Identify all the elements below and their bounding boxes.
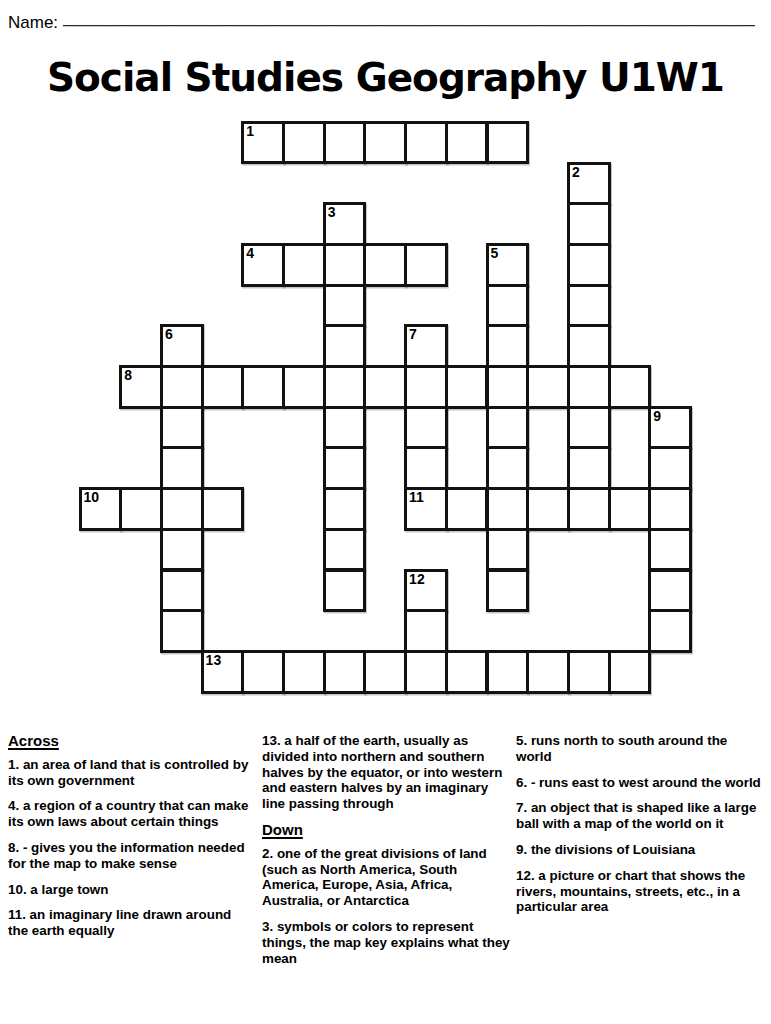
grid-cell-r8c14[interactable] bbox=[648, 446, 692, 490]
worksheet-page: Name: __________________________________… bbox=[0, 0, 771, 1024]
grid-cell-r6c12[interactable] bbox=[567, 365, 611, 409]
grid-cell-r4c6[interactable] bbox=[323, 284, 367, 328]
grid-cell-r13c11[interactable] bbox=[526, 650, 570, 694]
grid-cell-r13c6[interactable] bbox=[323, 650, 367, 694]
grid-cell-r0c4[interactable]: 1 bbox=[241, 121, 285, 165]
across-clue-11: 11. an imaginary line drawn around the e… bbox=[8, 907, 254, 939]
grid-cell-r9c0[interactable]: 10 bbox=[79, 487, 123, 531]
grid-cell-r5c10[interactable] bbox=[486, 324, 530, 368]
clue-column-2: 13. a half of the earth, usually as divi… bbox=[262, 733, 510, 976]
grid-cell-r9c6[interactable] bbox=[323, 487, 367, 531]
grid-cell-r9c2[interactable] bbox=[160, 487, 204, 531]
grid-cell-r7c12[interactable] bbox=[567, 406, 611, 450]
grid-cell-r8c2[interactable] bbox=[160, 446, 204, 490]
clue-number-6: 6 bbox=[165, 326, 173, 342]
grid-cell-r12c2[interactable] bbox=[160, 609, 204, 653]
grid-cell-r0c10[interactable] bbox=[486, 121, 530, 165]
grid-cell-r4c10[interactable] bbox=[486, 284, 530, 328]
grid-cell-r10c6[interactable] bbox=[323, 528, 367, 572]
grid-cell-r12c8[interactable] bbox=[404, 609, 448, 653]
clue-column-1: Across1. an area of land that is control… bbox=[8, 733, 254, 949]
down-heading: Down bbox=[262, 822, 510, 838]
grid-cell-r7c6[interactable] bbox=[323, 406, 367, 450]
grid-cell-r8c8[interactable] bbox=[404, 446, 448, 490]
grid-cell-r13c7[interactable] bbox=[363, 650, 407, 694]
down-clue-5: 5. runs north to south around the world bbox=[516, 733, 766, 765]
clue-number-7: 7 bbox=[409, 326, 417, 342]
clue-number-2: 2 bbox=[572, 164, 580, 180]
grid-cell-r0c6[interactable] bbox=[323, 121, 367, 165]
grid-cell-r7c10[interactable] bbox=[486, 406, 530, 450]
grid-cell-r13c13[interactable] bbox=[608, 650, 652, 694]
clue-column-3: 5. runs north to south around the world6… bbox=[516, 733, 766, 925]
clue-number-9: 9 bbox=[653, 408, 661, 424]
grid-cell-r5c12[interactable] bbox=[567, 324, 611, 368]
clue-number-12: 12 bbox=[409, 571, 425, 587]
grid-cell-r3c8[interactable] bbox=[404, 243, 448, 287]
clue-number-1: 1 bbox=[246, 123, 254, 139]
grid-cell-r8c12[interactable] bbox=[567, 446, 611, 490]
clue-number-8: 8 bbox=[124, 367, 132, 383]
grid-cell-r9c8[interactable]: 11 bbox=[404, 487, 448, 531]
grid-cell-r3c12[interactable] bbox=[567, 243, 611, 287]
grid-cell-r11c10[interactable] bbox=[486, 569, 530, 613]
grid-cell-r13c12[interactable] bbox=[567, 650, 611, 694]
grid-cell-r1c12[interactable]: 2 bbox=[567, 162, 611, 206]
grid-cell-r9c13[interactable] bbox=[608, 487, 652, 531]
clue-number-4: 4 bbox=[246, 245, 254, 261]
grid-cell-r0c5[interactable] bbox=[282, 121, 326, 165]
down-clue-7: 7. an object that is shaped like a large… bbox=[516, 800, 766, 832]
grid-cell-r0c7[interactable] bbox=[363, 121, 407, 165]
grid-cell-r9c9[interactable] bbox=[445, 487, 489, 531]
grid-cell-r7c14[interactable]: 9 bbox=[648, 406, 692, 450]
grid-cell-r4c12[interactable] bbox=[567, 284, 611, 328]
grid-cell-r6c9[interactable] bbox=[445, 365, 489, 409]
grid-cell-r13c8[interactable] bbox=[404, 650, 448, 694]
across-clue-10: 10. a large town bbox=[8, 882, 254, 898]
grid-cell-r6c2[interactable] bbox=[160, 365, 204, 409]
across-clue-4: 4. a region of a country that can make i… bbox=[8, 798, 254, 830]
grid-cell-r13c9[interactable] bbox=[445, 650, 489, 694]
grid-cell-r10c2[interactable] bbox=[160, 528, 204, 572]
grid-cell-r3c4[interactable]: 4 bbox=[241, 243, 285, 287]
grid-cell-r10c10[interactable] bbox=[486, 528, 530, 572]
clue-number-11: 11 bbox=[409, 489, 424, 505]
down-clue-2: 2. one of the great divisions of land (s… bbox=[262, 846, 510, 909]
clue-number-3: 3 bbox=[328, 204, 336, 220]
clue-number-13: 13 bbox=[206, 652, 222, 668]
grid-cell-r10c14[interactable] bbox=[648, 528, 692, 572]
grid-cell-r8c10[interactable] bbox=[486, 446, 530, 490]
grid-cell-r6c7[interactable] bbox=[363, 365, 407, 409]
grid-cell-r0c9[interactable] bbox=[445, 121, 489, 165]
grid-cell-r3c7[interactable] bbox=[363, 243, 407, 287]
down-clue-9: 9. the divisions of Louisiana bbox=[516, 842, 766, 858]
grid-cell-r13c3[interactable]: 13 bbox=[201, 650, 245, 694]
grid-cell-r2c6[interactable]: 3 bbox=[323, 202, 367, 246]
grid-cell-r6c13[interactable] bbox=[608, 365, 652, 409]
crossword-grid: 12345678910111213 bbox=[0, 0, 771, 730]
grid-cell-r7c2[interactable] bbox=[160, 406, 204, 450]
grid-cell-r3c10[interactable]: 5 bbox=[486, 243, 530, 287]
grid-cell-r6c10[interactable] bbox=[486, 365, 530, 409]
grid-cell-r11c14[interactable] bbox=[648, 569, 692, 613]
grid-cell-r5c6[interactable] bbox=[323, 324, 367, 368]
grid-cell-r6c3[interactable] bbox=[201, 365, 245, 409]
across-clue-8: 8. - gives you the information needed fo… bbox=[8, 840, 254, 872]
grid-cell-r13c10[interactable] bbox=[486, 650, 530, 694]
across-heading: Across bbox=[8, 733, 254, 749]
grid-cell-r11c8[interactable]: 12 bbox=[404, 569, 448, 613]
grid-cell-r6c4[interactable] bbox=[241, 365, 285, 409]
across-clue-1: 1. an area of land that is controlled by… bbox=[8, 757, 254, 789]
grid-cell-r9c14[interactable] bbox=[648, 487, 692, 531]
grid-cell-r9c10[interactable] bbox=[486, 487, 530, 531]
grid-cell-r5c8[interactable]: 7 bbox=[404, 324, 448, 368]
grid-cell-r6c5[interactable] bbox=[282, 365, 326, 409]
grid-cell-r3c6[interactable] bbox=[323, 243, 367, 287]
grid-cell-r12c14[interactable] bbox=[648, 609, 692, 653]
grid-cell-r9c1[interactable] bbox=[119, 487, 163, 531]
grid-cell-r11c6[interactable] bbox=[323, 569, 367, 613]
grid-cell-r5c2[interactable]: 6 bbox=[160, 324, 204, 368]
grid-cell-r11c2[interactable] bbox=[160, 569, 204, 613]
down-clue-12: 12. a picture or chart that shows the ri… bbox=[516, 868, 766, 915]
grid-cell-r6c8[interactable] bbox=[404, 365, 448, 409]
clue-number-5: 5 bbox=[491, 245, 499, 261]
grid-cell-r9c11[interactable] bbox=[526, 487, 570, 531]
grid-cell-r6c11[interactable] bbox=[526, 365, 570, 409]
grid-cell-r13c4[interactable] bbox=[241, 650, 285, 694]
grid-cell-r7c8[interactable] bbox=[404, 406, 448, 450]
clue-number-10: 10 bbox=[84, 489, 100, 505]
grid-cell-r9c12[interactable] bbox=[567, 487, 611, 531]
grid-cell-r13c5[interactable] bbox=[282, 650, 326, 694]
down-clue-6: 6. - runs east to west around the world bbox=[516, 775, 766, 791]
grid-cell-r0c8[interactable] bbox=[404, 121, 448, 165]
grid-cell-r9c3[interactable] bbox=[201, 487, 245, 531]
grid-cell-r2c12[interactable] bbox=[567, 202, 611, 246]
grid-cell-r8c6[interactable] bbox=[323, 446, 367, 490]
grid-cell-r6c6[interactable] bbox=[323, 365, 367, 409]
across-clue-13: 13. a half of the earth, usually as divi… bbox=[262, 733, 510, 812]
grid-cell-r3c5[interactable] bbox=[282, 243, 326, 287]
down-clue-3: 3. symbols or colors to represent things… bbox=[262, 919, 510, 966]
grid-cell-r6c1[interactable]: 8 bbox=[119, 365, 163, 409]
